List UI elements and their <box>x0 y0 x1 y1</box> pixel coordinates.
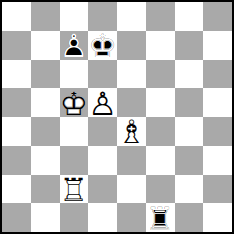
square-b8[interactable] <box>31 2 60 31</box>
piece-black-king: ♚♔ <box>88 31 117 60</box>
square-d5[interactable]: ♟♙ <box>88 88 117 117</box>
white-pawn-fill-glyph: ♟ <box>88 89 117 118</box>
piece-white-king: ♚♔ <box>60 88 89 117</box>
square-h1[interactable] <box>203 203 232 232</box>
square-c1[interactable] <box>60 203 89 232</box>
piece-black-rook: ♜♖ <box>146 203 175 232</box>
black-pawn-outline-glyph: ♙ <box>60 31 89 60</box>
square-e1[interactable] <box>117 203 146 232</box>
square-a5[interactable] <box>2 88 31 117</box>
square-c8[interactable] <box>60 2 89 31</box>
square-b4[interactable] <box>31 117 60 146</box>
square-h8[interactable] <box>203 2 232 31</box>
square-e2[interactable] <box>117 175 146 204</box>
square-f7[interactable] <box>146 31 175 60</box>
square-f4[interactable] <box>146 117 175 146</box>
square-c6[interactable] <box>60 60 89 89</box>
square-a2[interactable] <box>2 175 31 204</box>
black-rook-outline-glyph: ♖ <box>146 204 175 233</box>
square-d8[interactable] <box>88 2 117 31</box>
piece-black-pawn: ♟♙ <box>60 31 89 60</box>
square-d6[interactable] <box>88 60 117 89</box>
square-c7[interactable]: ♟♙ <box>60 31 89 60</box>
black-king-fill-glyph: ♚ <box>88 31 117 60</box>
square-f3[interactable] <box>146 146 175 175</box>
piece-white-bishop: ♝♗ <box>117 117 146 146</box>
square-h3[interactable] <box>203 146 232 175</box>
square-g1[interactable] <box>175 203 204 232</box>
square-f6[interactable] <box>146 60 175 89</box>
white-rook-fill-glyph: ♜ <box>60 175 89 204</box>
square-h6[interactable] <box>203 60 232 89</box>
square-d1[interactable] <box>88 203 117 232</box>
square-c4[interactable] <box>60 117 89 146</box>
square-d4[interactable] <box>88 117 117 146</box>
white-king-fill-glyph: ♚ <box>60 89 89 118</box>
square-f2[interactable] <box>146 175 175 204</box>
square-a7[interactable] <box>2 31 31 60</box>
square-b3[interactable] <box>31 146 60 175</box>
square-e5[interactable] <box>117 88 146 117</box>
square-c3[interactable] <box>60 146 89 175</box>
square-h5[interactable] <box>203 88 232 117</box>
square-b6[interactable] <box>31 60 60 89</box>
square-b1[interactable] <box>31 203 60 232</box>
square-a8[interactable] <box>2 2 31 31</box>
square-a1[interactable] <box>2 203 31 232</box>
square-a3[interactable] <box>2 146 31 175</box>
square-e8[interactable] <box>117 2 146 31</box>
piece-white-pawn: ♟♙ <box>88 88 117 117</box>
square-c5[interactable]: ♚♔ <box>60 88 89 117</box>
square-e4[interactable]: ♝♗ <box>117 117 146 146</box>
black-king-outline-glyph: ♔ <box>88 31 117 60</box>
square-d3[interactable] <box>88 146 117 175</box>
white-bishop-outline-glyph: ♗ <box>117 118 146 147</box>
square-b7[interactable] <box>31 31 60 60</box>
square-a4[interactable] <box>2 117 31 146</box>
black-rook-fill-glyph: ♜ <box>146 204 175 233</box>
white-king-outline-glyph: ♔ <box>60 89 89 118</box>
square-h7[interactable] <box>203 31 232 60</box>
square-b2[interactable] <box>31 175 60 204</box>
square-g3[interactable] <box>175 146 204 175</box>
square-e6[interactable] <box>117 60 146 89</box>
square-f1[interactable]: ♜♖ <box>146 203 175 232</box>
square-g8[interactable] <box>175 2 204 31</box>
square-g5[interactable] <box>175 88 204 117</box>
square-b5[interactable] <box>31 88 60 117</box>
white-bishop-fill-glyph: ♝ <box>117 118 146 147</box>
square-f5[interactable] <box>146 88 175 117</box>
white-rook-outline-glyph: ♖ <box>60 175 89 204</box>
white-pawn-outline-glyph: ♙ <box>88 89 117 118</box>
piece-white-rook: ♜♖ <box>60 175 89 204</box>
square-f8[interactable] <box>146 2 175 31</box>
square-g2[interactable] <box>175 175 204 204</box>
square-h4[interactable] <box>203 117 232 146</box>
board-grid: ♟♙♚♔♚♔♟♙♝♗♜♖♜♖ <box>2 2 232 232</box>
square-e3[interactable] <box>117 146 146 175</box>
square-c2[interactable]: ♜♖ <box>60 175 89 204</box>
square-g6[interactable] <box>175 60 204 89</box>
square-g7[interactable] <box>175 31 204 60</box>
square-h2[interactable] <box>203 175 232 204</box>
black-pawn-fill-glyph: ♟ <box>60 31 89 60</box>
square-a6[interactable] <box>2 60 31 89</box>
square-e7[interactable] <box>117 31 146 60</box>
square-g4[interactable] <box>175 117 204 146</box>
square-d7[interactable]: ♚♔ <box>88 31 117 60</box>
chessboard: ♟♙♚♔♚♔♟♙♝♗♜♖♜♖ <box>0 0 234 234</box>
square-d2[interactable] <box>88 175 117 204</box>
